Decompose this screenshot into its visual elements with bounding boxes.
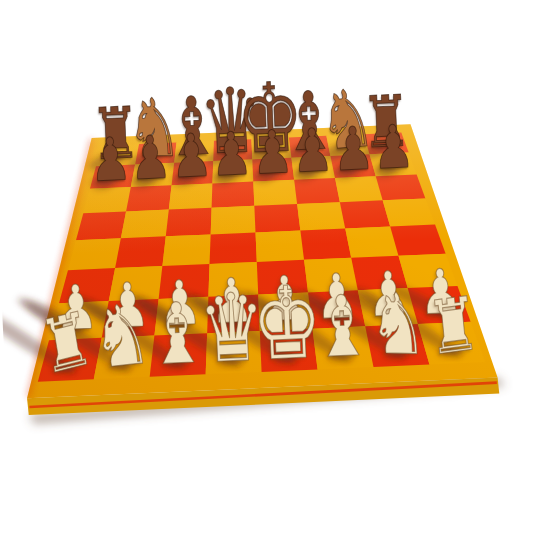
photo-background: ♜♞♝♛♚♝♞♜♟♟♟♟♟♟♟♟♟♟♟♟♟♟♟♟♜♞♝♛♚♝♞♜ xyxy=(0,0,533,533)
piece-black-pawn-a7[interactable]: ♟ xyxy=(89,130,133,191)
piece-black-pawn-c7[interactable]: ♟ xyxy=(169,126,213,187)
piece-black-pawn-h7[interactable]: ♟ xyxy=(372,117,416,178)
piece-white-rook-h1[interactable]: ♜ xyxy=(424,286,482,366)
piece-black-pawn-d7[interactable]: ♟ xyxy=(210,124,254,185)
piece-black-pawn-b7[interactable]: ♟ xyxy=(129,128,173,189)
piece-white-knight-b1[interactable]: ♞ xyxy=(89,292,154,382)
piece-black-pawn-e7[interactable]: ♟ xyxy=(250,123,294,184)
piece-white-knight-g1[interactable]: ♞ xyxy=(368,282,427,367)
board-scene: ♜♞♝♛♚♝♞♜♟♟♟♟♟♟♟♟♟♟♟♟♟♟♟♟♜♞♝♛♚♝♞♜ xyxy=(0,0,533,533)
piece-black-pawn-f7[interactable]: ♟ xyxy=(291,121,335,182)
piece-white-bishop-f1[interactable]: ♝ xyxy=(311,284,373,370)
piece-black-pawn-g7[interactable]: ♟ xyxy=(331,119,375,180)
